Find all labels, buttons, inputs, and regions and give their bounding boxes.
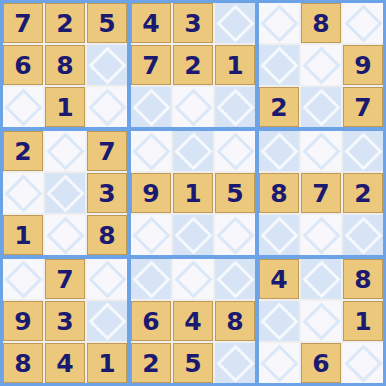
cell-r6c6[interactable] (215, 215, 255, 255)
cell-r1c2: 2 (45, 3, 85, 43)
cell-digit: 7 (98, 139, 115, 164)
cell-digit: 8 (270, 181, 287, 206)
cell-digit: 7 (14, 11, 31, 36)
cell-r5c3: 3 (87, 173, 127, 213)
cell-r7c7: 4 (259, 259, 299, 299)
cell-r1c4: 4 (131, 3, 171, 43)
cell-digit: 1 (184, 181, 201, 206)
cell-r6c1: 1 (3, 215, 43, 255)
cell-r4c2[interactable] (45, 131, 85, 171)
cell-r3c1[interactable] (3, 87, 43, 127)
cell-r5c2[interactable] (45, 173, 85, 213)
cell-r3c6[interactable] (215, 87, 255, 127)
cell-r2c9: 9 (343, 45, 383, 85)
cell-digit: 8 (98, 223, 115, 248)
diamond-icon (302, 88, 340, 126)
box-2-3: 872 (259, 131, 383, 255)
cell-digit: 2 (270, 95, 287, 120)
cell-digit: 4 (184, 309, 201, 334)
diamond-icon (88, 46, 126, 84)
cell-r5c7: 8 (259, 173, 299, 213)
cell-digit: 8 (226, 309, 243, 334)
cell-r9c8: 6 (301, 343, 341, 383)
cell-r6c5[interactable] (173, 215, 213, 255)
cell-r5c5: 1 (173, 173, 213, 213)
diamond-icon (216, 216, 254, 254)
cell-r2c2: 8 (45, 45, 85, 85)
diamond-icon (344, 216, 382, 254)
cell-digit: 7 (312, 181, 329, 206)
cell-r9c6[interactable] (215, 343, 255, 383)
diamond-icon (216, 260, 254, 298)
diamond-icon (216, 132, 254, 170)
cell-r1c6[interactable] (215, 3, 255, 43)
cell-r2c8[interactable] (301, 45, 341, 85)
cell-digit: 4 (142, 11, 159, 36)
diamond-icon (302, 302, 340, 340)
cell-digit: 2 (56, 11, 73, 36)
diamond-icon (260, 46, 298, 84)
cell-digit: 6 (14, 53, 31, 78)
cell-r7c3[interactable] (87, 259, 127, 299)
diamond-icon (46, 132, 84, 170)
diamond-icon (302, 260, 340, 298)
cell-r2c5: 2 (173, 45, 213, 85)
cell-r3c3[interactable] (87, 87, 127, 127)
cell-digit: 9 (142, 181, 159, 206)
cell-r7c5[interactable] (173, 259, 213, 299)
cell-r2c6: 1 (215, 45, 255, 85)
cell-r9c1: 8 (3, 343, 43, 383)
cell-r4c5[interactable] (173, 131, 213, 171)
cell-r9c4: 2 (131, 343, 171, 383)
cell-r5c9: 2 (343, 173, 383, 213)
cell-r3c4[interactable] (131, 87, 171, 127)
diamond-icon (302, 216, 340, 254)
cell-r6c7[interactable] (259, 215, 299, 255)
cell-r8c5: 4 (173, 301, 213, 341)
cell-r8c2: 3 (45, 301, 85, 341)
cell-digit: 3 (98, 181, 115, 206)
cell-r6c2[interactable] (45, 215, 85, 255)
cell-r9c7[interactable] (259, 343, 299, 383)
diamond-icon (132, 216, 170, 254)
cell-r1c5: 3 (173, 3, 213, 43)
cell-r6c3: 8 (87, 215, 127, 255)
cell-digit: 1 (354, 309, 371, 334)
cell-digit: 1 (56, 95, 73, 120)
cell-r5c4: 9 (131, 173, 171, 213)
cell-r3c8[interactable] (301, 87, 341, 127)
cell-digit: 7 (354, 95, 371, 120)
diamond-icon (174, 216, 212, 254)
cell-r3c7: 2 (259, 87, 299, 127)
diamond-icon (174, 88, 212, 126)
cell-r3c9: 7 (343, 87, 383, 127)
cell-r7c1[interactable] (3, 259, 43, 299)
diamond-icon (344, 4, 382, 42)
diamond-icon (260, 132, 298, 170)
diamond-icon (46, 174, 84, 212)
box-1-2: 43721 (131, 3, 255, 127)
cell-digit: 3 (184, 11, 201, 36)
cell-r1c1: 7 (3, 3, 43, 43)
cell-digit: 9 (14, 309, 31, 334)
box-3-3: 4816 (259, 259, 383, 383)
diamond-icon (46, 216, 84, 254)
cell-r4c4[interactable] (131, 131, 171, 171)
cell-r7c6[interactable] (215, 259, 255, 299)
cell-r4c6[interactable] (215, 131, 255, 171)
cell-digit: 8 (312, 11, 329, 36)
diamond-icon (260, 216, 298, 254)
diamond-icon (132, 132, 170, 170)
cell-r5c8: 7 (301, 173, 341, 213)
diamond-icon (344, 132, 382, 170)
diamond-icon (174, 260, 212, 298)
cell-r8c3[interactable] (87, 301, 127, 341)
diamond-icon (4, 88, 42, 126)
cell-digit: 5 (226, 181, 243, 206)
cell-r7c9: 8 (343, 259, 383, 299)
cell-digit: 5 (184, 351, 201, 376)
box-3-2: 64825 (131, 259, 255, 383)
cell-r8c6: 8 (215, 301, 255, 341)
cell-digit: 5 (98, 11, 115, 36)
cell-r9c2: 4 (45, 343, 85, 383)
diamond-icon (132, 88, 170, 126)
diamond-icon (260, 302, 298, 340)
cell-r3c2: 1 (45, 87, 85, 127)
cell-digit: 8 (354, 267, 371, 292)
cell-r4c1: 2 (3, 131, 43, 171)
cell-digit: 8 (56, 53, 73, 78)
cell-r8c8[interactable] (301, 301, 341, 341)
cell-r4c8[interactable] (301, 131, 341, 171)
cell-r6c4[interactable] (131, 215, 171, 255)
box-2-2: 915 (131, 131, 255, 255)
cell-digit: 4 (270, 267, 287, 292)
cell-r8c7[interactable] (259, 301, 299, 341)
cell-r3c5[interactable] (173, 87, 213, 127)
diamond-icon (88, 302, 126, 340)
cell-digit: 3 (56, 309, 73, 334)
cell-digit: 2 (184, 53, 201, 78)
diamond-icon (132, 260, 170, 298)
cell-digit: 2 (142, 351, 159, 376)
cell-digit: 1 (98, 351, 115, 376)
cell-digit: 2 (14, 139, 31, 164)
cell-r6c8[interactable] (301, 215, 341, 255)
diamond-icon (4, 174, 42, 212)
cell-r2c4: 7 (131, 45, 171, 85)
cell-digit: 6 (142, 309, 159, 334)
diamond-icon (216, 4, 254, 42)
cell-r1c7[interactable] (259, 3, 299, 43)
cell-r7c2: 7 (45, 259, 85, 299)
cell-r1c9[interactable] (343, 3, 383, 43)
cell-r1c8: 8 (301, 3, 341, 43)
diamond-icon (4, 260, 42, 298)
cell-r2c7[interactable] (259, 45, 299, 85)
cell-digit: 1 (14, 223, 31, 248)
cell-r5c6: 5 (215, 173, 255, 213)
cell-r9c3: 1 (87, 343, 127, 383)
cell-r9c9[interactable] (343, 343, 383, 383)
cell-r7c8[interactable] (301, 259, 341, 299)
cell-digit: 8 (14, 351, 31, 376)
cell-digit: 7 (56, 267, 73, 292)
cell-r8c9: 1 (343, 301, 383, 341)
cell-r9c5: 5 (173, 343, 213, 383)
diamond-icon (302, 46, 340, 84)
cell-r2c1: 6 (3, 45, 43, 85)
cell-r5c1[interactable] (3, 173, 43, 213)
cell-r6c9[interactable] (343, 215, 383, 255)
cell-digit: 6 (312, 351, 329, 376)
cell-r8c1: 9 (3, 301, 43, 341)
diamond-icon (88, 88, 126, 126)
cell-digit: 1 (226, 53, 243, 78)
diamond-icon (344, 344, 382, 382)
cell-digit: 4 (56, 351, 73, 376)
diamond-icon (260, 344, 298, 382)
box-1-3: 8927 (259, 3, 383, 127)
box-2-1: 27318 (3, 131, 127, 255)
cell-r4c9[interactable] (343, 131, 383, 171)
cell-digit: 7 (142, 53, 159, 78)
diamond-icon (302, 132, 340, 170)
diamond-icon (174, 132, 212, 170)
sudoku-board: 7256814372189272731891587279384164825481… (0, 0, 386, 386)
cell-r1c3: 5 (87, 3, 127, 43)
box-3-1: 793841 (3, 259, 127, 383)
diamond-icon (88, 260, 126, 298)
diamond-icon (260, 4, 298, 42)
cell-digit: 9 (354, 53, 371, 78)
box-1-1: 725681 (3, 3, 127, 127)
cell-r4c7[interactable] (259, 131, 299, 171)
cell-r7c4[interactable] (131, 259, 171, 299)
cell-r8c4: 6 (131, 301, 171, 341)
cell-digit: 2 (354, 181, 371, 206)
cell-r4c3: 7 (87, 131, 127, 171)
diamond-icon (216, 88, 254, 126)
diamond-icon (216, 344, 254, 382)
cell-r2c3[interactable] (87, 45, 127, 85)
